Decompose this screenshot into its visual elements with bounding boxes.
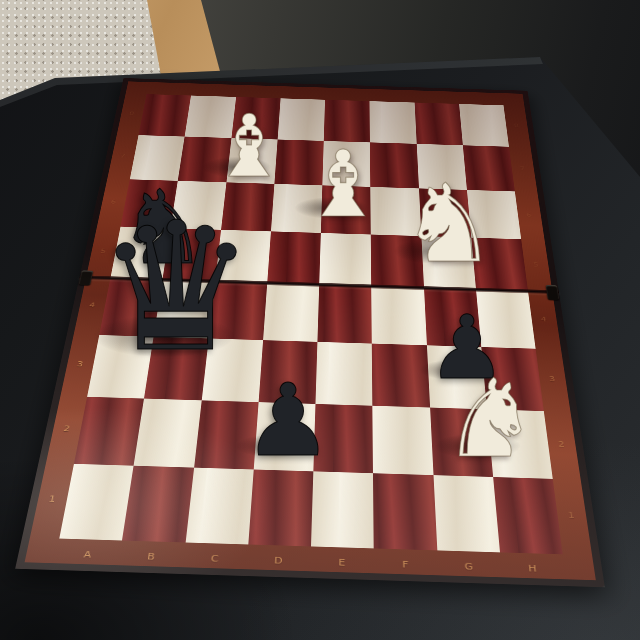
square-h1[interactable] (493, 477, 563, 554)
piece-white-knight-g2[interactable]: ♞ (442, 365, 539, 473)
square-a2[interactable] (74, 396, 144, 465)
square-f3[interactable] (372, 343, 430, 407)
square-d1[interactable] (248, 470, 313, 547)
piece-white-bishop-c7[interactable]: ♝ (210, 103, 287, 189)
square-g1[interactable] (433, 475, 500, 552)
file-label-b: B (118, 545, 184, 569)
square-d5[interactable] (267, 231, 321, 285)
piece-white-knight-g5[interactable]: ♞ (401, 170, 498, 278)
square-a8[interactable] (139, 94, 192, 136)
square-e1[interactable] (311, 472, 374, 549)
piece-black-queen-b4[interactable]: ♛ (96, 199, 256, 377)
square-f4[interactable] (371, 287, 426, 345)
piece-white-bishop-e6[interactable]: ♝ (302, 139, 384, 231)
square-g8[interactable] (414, 103, 462, 146)
file-label-e: E (310, 551, 374, 575)
square-f2[interactable] (373, 405, 434, 475)
square-d4[interactable] (263, 283, 319, 341)
square-e5[interactable] (319, 233, 371, 287)
file-label-c: C (182, 547, 248, 571)
square-b2[interactable] (134, 398, 202, 468)
file-label-g: G (437, 555, 502, 579)
square-c1[interactable] (185, 468, 253, 545)
piece-black-pawn-d2[interactable]: ♟ (243, 371, 333, 471)
square-b1[interactable] (122, 466, 193, 543)
file-label-a: A (54, 543, 121, 566)
square-e4[interactable] (317, 285, 372, 343)
file-label-h: H (500, 557, 566, 581)
square-f1[interactable] (373, 473, 437, 550)
file-label-f: F (374, 553, 438, 577)
scene: ABCDEFGH1122334455667788 ♝♝♞♞♛♟♟♞ (0, 0, 640, 640)
square-h8[interactable] (459, 104, 509, 147)
file-label-d: D (246, 549, 311, 573)
